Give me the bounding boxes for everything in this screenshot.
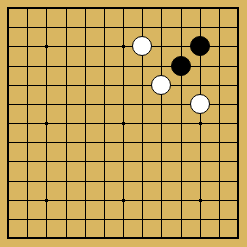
stone-white: [151, 75, 171, 95]
star-point: [122, 199, 125, 202]
star-point: [122, 45, 125, 48]
stone-white: [132, 36, 152, 56]
grid-line-horizontal: [8, 161, 238, 162]
grid-line-vertical: [181, 8, 182, 238]
grid-line-vertical: [219, 8, 220, 238]
stone-white: [190, 94, 210, 114]
star-point: [199, 122, 202, 125]
star-point: [122, 122, 125, 125]
go-board-diagram: [0, 0, 247, 247]
star-point: [45, 199, 48, 202]
star-point: [45, 45, 48, 48]
grid-line-horizontal: [8, 142, 238, 143]
stone-black: [190, 36, 210, 56]
star-point: [45, 122, 48, 125]
star-point: [199, 199, 202, 202]
grid-line-vertical: [161, 8, 162, 238]
stone-black: [171, 56, 191, 76]
grid-line-horizontal: [8, 219, 238, 220]
grid-line-horizontal: [8, 181, 238, 182]
